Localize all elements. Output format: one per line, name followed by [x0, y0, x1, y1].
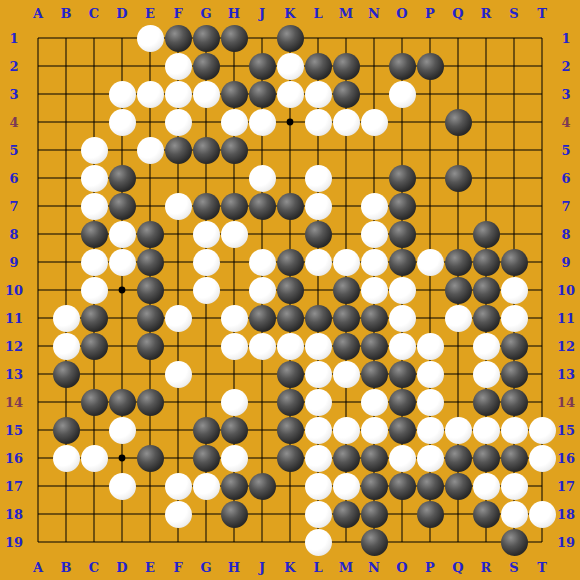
- point-M8[interactable]: [332, 220, 360, 248]
- point-L8[interactable]: [304, 220, 332, 248]
- point-F3[interactable]: [164, 80, 192, 108]
- point-L7[interactable]: [304, 192, 332, 220]
- point-D1[interactable]: [108, 24, 136, 52]
- point-B12[interactable]: [52, 332, 80, 360]
- point-Q14[interactable]: [444, 388, 472, 416]
- point-P11[interactable]: [416, 304, 444, 332]
- point-O15[interactable]: [388, 416, 416, 444]
- point-N2[interactable]: [360, 52, 388, 80]
- point-A6[interactable]: [24, 164, 52, 192]
- point-K5[interactable]: [276, 136, 304, 164]
- point-A4[interactable]: [24, 108, 52, 136]
- point-J2[interactable]: [248, 52, 276, 80]
- point-C18[interactable]: [80, 500, 108, 528]
- point-J5[interactable]: [248, 136, 276, 164]
- point-F10[interactable]: [164, 276, 192, 304]
- point-G15[interactable]: [192, 416, 220, 444]
- point-A2[interactable]: [24, 52, 52, 80]
- point-Q9[interactable]: [444, 248, 472, 276]
- point-O10[interactable]: [388, 276, 416, 304]
- point-S6[interactable]: [500, 164, 528, 192]
- point-A19[interactable]: [24, 528, 52, 556]
- point-H5[interactable]: [220, 136, 248, 164]
- point-B4[interactable]: [52, 108, 80, 136]
- point-K2[interactable]: [276, 52, 304, 80]
- point-K3[interactable]: [276, 80, 304, 108]
- point-L3[interactable]: [304, 80, 332, 108]
- point-G8[interactable]: [192, 220, 220, 248]
- point-Q3[interactable]: [444, 80, 472, 108]
- point-B3[interactable]: [52, 80, 80, 108]
- point-M19[interactable]: [332, 528, 360, 556]
- point-D7[interactable]: [108, 192, 136, 220]
- point-B1[interactable]: [52, 24, 80, 52]
- point-O13[interactable]: [388, 360, 416, 388]
- point-R2[interactable]: [472, 52, 500, 80]
- point-D13[interactable]: [108, 360, 136, 388]
- point-D14[interactable]: [108, 388, 136, 416]
- point-O9[interactable]: [388, 248, 416, 276]
- point-E18[interactable]: [136, 500, 164, 528]
- point-E11[interactable]: [136, 304, 164, 332]
- point-T3[interactable]: [528, 80, 556, 108]
- point-A16[interactable]: [24, 444, 52, 472]
- point-P7[interactable]: [416, 192, 444, 220]
- point-S9[interactable]: [500, 248, 528, 276]
- point-B8[interactable]: [52, 220, 80, 248]
- point-H6[interactable]: [220, 164, 248, 192]
- point-G3[interactable]: [192, 80, 220, 108]
- point-F9[interactable]: [164, 248, 192, 276]
- point-J3[interactable]: [248, 80, 276, 108]
- point-Q4[interactable]: [444, 108, 472, 136]
- point-P13[interactable]: [416, 360, 444, 388]
- point-O17[interactable]: [388, 472, 416, 500]
- point-L4[interactable]: [304, 108, 332, 136]
- point-H2[interactable]: [220, 52, 248, 80]
- point-T11[interactable]: [528, 304, 556, 332]
- point-D12[interactable]: [108, 332, 136, 360]
- point-O1[interactable]: [388, 24, 416, 52]
- point-J6[interactable]: [248, 164, 276, 192]
- point-Q17[interactable]: [444, 472, 472, 500]
- point-L2[interactable]: [304, 52, 332, 80]
- point-C11[interactable]: [80, 304, 108, 332]
- point-K4[interactable]: [276, 108, 304, 136]
- point-T1[interactable]: [528, 24, 556, 52]
- point-H17[interactable]: [220, 472, 248, 500]
- point-C16[interactable]: [80, 444, 108, 472]
- point-S4[interactable]: [500, 108, 528, 136]
- point-R15[interactable]: [472, 416, 500, 444]
- point-N12[interactable]: [360, 332, 388, 360]
- point-M14[interactable]: [332, 388, 360, 416]
- point-D11[interactable]: [108, 304, 136, 332]
- point-G14[interactable]: [192, 388, 220, 416]
- point-G12[interactable]: [192, 332, 220, 360]
- point-F5[interactable]: [164, 136, 192, 164]
- point-N16[interactable]: [360, 444, 388, 472]
- point-Q15[interactable]: [444, 416, 472, 444]
- point-R19[interactable]: [472, 528, 500, 556]
- point-C13[interactable]: [80, 360, 108, 388]
- point-C12[interactable]: [80, 332, 108, 360]
- point-P12[interactable]: [416, 332, 444, 360]
- point-G18[interactable]: [192, 500, 220, 528]
- point-B7[interactable]: [52, 192, 80, 220]
- point-G17[interactable]: [192, 472, 220, 500]
- point-A8[interactable]: [24, 220, 52, 248]
- point-K16[interactable]: [276, 444, 304, 472]
- point-C19[interactable]: [80, 528, 108, 556]
- point-S13[interactable]: [500, 360, 528, 388]
- point-P17[interactable]: [416, 472, 444, 500]
- point-T19[interactable]: [528, 528, 556, 556]
- point-H19[interactable]: [220, 528, 248, 556]
- point-H7[interactable]: [220, 192, 248, 220]
- point-L1[interactable]: [304, 24, 332, 52]
- point-F6[interactable]: [164, 164, 192, 192]
- point-F16[interactable]: [164, 444, 192, 472]
- point-N10[interactable]: [360, 276, 388, 304]
- point-O16[interactable]: [388, 444, 416, 472]
- point-S2[interactable]: [500, 52, 528, 80]
- point-J12[interactable]: [248, 332, 276, 360]
- point-J4[interactable]: [248, 108, 276, 136]
- point-B13[interactable]: [52, 360, 80, 388]
- point-T16[interactable]: [528, 444, 556, 472]
- point-E6[interactable]: [136, 164, 164, 192]
- point-B19[interactable]: [52, 528, 80, 556]
- point-B10[interactable]: [52, 276, 80, 304]
- point-P10[interactable]: [416, 276, 444, 304]
- point-S19[interactable]: [500, 528, 528, 556]
- point-N5[interactable]: [360, 136, 388, 164]
- point-N14[interactable]: [360, 388, 388, 416]
- point-J14[interactable]: [248, 388, 276, 416]
- point-N13[interactable]: [360, 360, 388, 388]
- point-P19[interactable]: [416, 528, 444, 556]
- point-F15[interactable]: [164, 416, 192, 444]
- point-P5[interactable]: [416, 136, 444, 164]
- point-J10[interactable]: [248, 276, 276, 304]
- point-K6[interactable]: [276, 164, 304, 192]
- point-D2[interactable]: [108, 52, 136, 80]
- point-M5[interactable]: [332, 136, 360, 164]
- point-L16[interactable]: [304, 444, 332, 472]
- point-T17[interactable]: [528, 472, 556, 500]
- point-B6[interactable]: [52, 164, 80, 192]
- point-R16[interactable]: [472, 444, 500, 472]
- point-J9[interactable]: [248, 248, 276, 276]
- point-M11[interactable]: [332, 304, 360, 332]
- point-L18[interactable]: [304, 500, 332, 528]
- point-Q16[interactable]: [444, 444, 472, 472]
- point-J16[interactable]: [248, 444, 276, 472]
- point-C5[interactable]: [80, 136, 108, 164]
- point-D3[interactable]: [108, 80, 136, 108]
- point-T15[interactable]: [528, 416, 556, 444]
- point-D9[interactable]: [108, 248, 136, 276]
- point-Q5[interactable]: [444, 136, 472, 164]
- point-F19[interactable]: [164, 528, 192, 556]
- point-G7[interactable]: [192, 192, 220, 220]
- point-L5[interactable]: [304, 136, 332, 164]
- point-E3[interactable]: [136, 80, 164, 108]
- point-E12[interactable]: [136, 332, 164, 360]
- point-E10[interactable]: [136, 276, 164, 304]
- point-Q1[interactable]: [444, 24, 472, 52]
- point-O5[interactable]: [388, 136, 416, 164]
- point-F12[interactable]: [164, 332, 192, 360]
- point-S16[interactable]: [500, 444, 528, 472]
- point-R3[interactable]: [472, 80, 500, 108]
- point-H11[interactable]: [220, 304, 248, 332]
- point-A12[interactable]: [24, 332, 52, 360]
- point-D10[interactable]: [108, 276, 136, 304]
- point-K13[interactable]: [276, 360, 304, 388]
- point-G1[interactable]: [192, 24, 220, 52]
- point-P4[interactable]: [416, 108, 444, 136]
- point-S3[interactable]: [500, 80, 528, 108]
- point-C9[interactable]: [80, 248, 108, 276]
- point-R18[interactable]: [472, 500, 500, 528]
- point-J7[interactable]: [248, 192, 276, 220]
- point-B15[interactable]: [52, 416, 80, 444]
- point-H13[interactable]: [220, 360, 248, 388]
- point-N3[interactable]: [360, 80, 388, 108]
- point-F11[interactable]: [164, 304, 192, 332]
- point-O19[interactable]: [388, 528, 416, 556]
- point-P6[interactable]: [416, 164, 444, 192]
- point-R6[interactable]: [472, 164, 500, 192]
- point-S8[interactable]: [500, 220, 528, 248]
- point-P14[interactable]: [416, 388, 444, 416]
- point-E7[interactable]: [136, 192, 164, 220]
- point-N19[interactable]: [360, 528, 388, 556]
- point-P9[interactable]: [416, 248, 444, 276]
- point-S14[interactable]: [500, 388, 528, 416]
- point-F7[interactable]: [164, 192, 192, 220]
- point-P3[interactable]: [416, 80, 444, 108]
- point-R9[interactable]: [472, 248, 500, 276]
- point-N6[interactable]: [360, 164, 388, 192]
- point-K19[interactable]: [276, 528, 304, 556]
- point-T18[interactable]: [528, 500, 556, 528]
- point-S12[interactable]: [500, 332, 528, 360]
- point-P8[interactable]: [416, 220, 444, 248]
- point-B17[interactable]: [52, 472, 80, 500]
- point-N7[interactable]: [360, 192, 388, 220]
- point-E13[interactable]: [136, 360, 164, 388]
- point-R5[interactable]: [472, 136, 500, 164]
- point-M1[interactable]: [332, 24, 360, 52]
- point-K9[interactable]: [276, 248, 304, 276]
- point-C8[interactable]: [80, 220, 108, 248]
- point-H8[interactable]: [220, 220, 248, 248]
- point-J15[interactable]: [248, 416, 276, 444]
- point-M15[interactable]: [332, 416, 360, 444]
- point-Q11[interactable]: [444, 304, 472, 332]
- point-M2[interactable]: [332, 52, 360, 80]
- point-R13[interactable]: [472, 360, 500, 388]
- point-D15[interactable]: [108, 416, 136, 444]
- point-L19[interactable]: [304, 528, 332, 556]
- point-E2[interactable]: [136, 52, 164, 80]
- point-M6[interactable]: [332, 164, 360, 192]
- point-S11[interactable]: [500, 304, 528, 332]
- point-S5[interactable]: [500, 136, 528, 164]
- point-T7[interactable]: [528, 192, 556, 220]
- point-E1[interactable]: [136, 24, 164, 52]
- point-P16[interactable]: [416, 444, 444, 472]
- point-Q8[interactable]: [444, 220, 472, 248]
- point-S18[interactable]: [500, 500, 528, 528]
- point-P18[interactable]: [416, 500, 444, 528]
- point-P2[interactable]: [416, 52, 444, 80]
- point-L9[interactable]: [304, 248, 332, 276]
- point-B5[interactable]: [52, 136, 80, 164]
- point-K1[interactable]: [276, 24, 304, 52]
- point-O3[interactable]: [388, 80, 416, 108]
- point-A10[interactable]: [24, 276, 52, 304]
- point-F13[interactable]: [164, 360, 192, 388]
- point-J13[interactable]: [248, 360, 276, 388]
- point-K18[interactable]: [276, 500, 304, 528]
- point-K17[interactable]: [276, 472, 304, 500]
- point-D16[interactable]: [108, 444, 136, 472]
- point-Q7[interactable]: [444, 192, 472, 220]
- point-R10[interactable]: [472, 276, 500, 304]
- point-T9[interactable]: [528, 248, 556, 276]
- point-K11[interactable]: [276, 304, 304, 332]
- point-R11[interactable]: [472, 304, 500, 332]
- point-N18[interactable]: [360, 500, 388, 528]
- point-K8[interactable]: [276, 220, 304, 248]
- point-T10[interactable]: [528, 276, 556, 304]
- point-S1[interactable]: [500, 24, 528, 52]
- point-A14[interactable]: [24, 388, 52, 416]
- point-A17[interactable]: [24, 472, 52, 500]
- point-Q12[interactable]: [444, 332, 472, 360]
- point-H10[interactable]: [220, 276, 248, 304]
- point-H3[interactable]: [220, 80, 248, 108]
- point-K14[interactable]: [276, 388, 304, 416]
- point-K15[interactable]: [276, 416, 304, 444]
- point-C3[interactable]: [80, 80, 108, 108]
- point-F2[interactable]: [164, 52, 192, 80]
- point-M17[interactable]: [332, 472, 360, 500]
- point-C10[interactable]: [80, 276, 108, 304]
- point-B2[interactable]: [52, 52, 80, 80]
- point-G2[interactable]: [192, 52, 220, 80]
- point-D8[interactable]: [108, 220, 136, 248]
- point-C7[interactable]: [80, 192, 108, 220]
- point-F1[interactable]: [164, 24, 192, 52]
- point-D4[interactable]: [108, 108, 136, 136]
- point-O14[interactable]: [388, 388, 416, 416]
- point-O7[interactable]: [388, 192, 416, 220]
- point-S7[interactable]: [500, 192, 528, 220]
- point-N15[interactable]: [360, 416, 388, 444]
- point-E15[interactable]: [136, 416, 164, 444]
- point-H4[interactable]: [220, 108, 248, 136]
- point-M18[interactable]: [332, 500, 360, 528]
- point-A1[interactable]: [24, 24, 52, 52]
- point-E19[interactable]: [136, 528, 164, 556]
- point-G4[interactable]: [192, 108, 220, 136]
- point-T5[interactable]: [528, 136, 556, 164]
- point-H14[interactable]: [220, 388, 248, 416]
- point-E17[interactable]: [136, 472, 164, 500]
- point-L10[interactable]: [304, 276, 332, 304]
- point-B11[interactable]: [52, 304, 80, 332]
- point-L14[interactable]: [304, 388, 332, 416]
- point-H15[interactable]: [220, 416, 248, 444]
- point-A13[interactable]: [24, 360, 52, 388]
- point-E9[interactable]: [136, 248, 164, 276]
- point-C4[interactable]: [80, 108, 108, 136]
- point-C6[interactable]: [80, 164, 108, 192]
- point-E8[interactable]: [136, 220, 164, 248]
- point-L13[interactable]: [304, 360, 332, 388]
- point-O18[interactable]: [388, 500, 416, 528]
- point-T13[interactable]: [528, 360, 556, 388]
- point-T12[interactable]: [528, 332, 556, 360]
- point-O6[interactable]: [388, 164, 416, 192]
- point-F14[interactable]: [164, 388, 192, 416]
- point-C2[interactable]: [80, 52, 108, 80]
- point-M12[interactable]: [332, 332, 360, 360]
- point-Q2[interactable]: [444, 52, 472, 80]
- point-C17[interactable]: [80, 472, 108, 500]
- point-R14[interactable]: [472, 388, 500, 416]
- point-G13[interactable]: [192, 360, 220, 388]
- point-G16[interactable]: [192, 444, 220, 472]
- point-R1[interactable]: [472, 24, 500, 52]
- point-F18[interactable]: [164, 500, 192, 528]
- point-G6[interactable]: [192, 164, 220, 192]
- point-F17[interactable]: [164, 472, 192, 500]
- point-A3[interactable]: [24, 80, 52, 108]
- point-N11[interactable]: [360, 304, 388, 332]
- point-B16[interactable]: [52, 444, 80, 472]
- point-H9[interactable]: [220, 248, 248, 276]
- point-M7[interactable]: [332, 192, 360, 220]
- point-F4[interactable]: [164, 108, 192, 136]
- point-J18[interactable]: [248, 500, 276, 528]
- point-A7[interactable]: [24, 192, 52, 220]
- point-S17[interactable]: [500, 472, 528, 500]
- point-N1[interactable]: [360, 24, 388, 52]
- point-E5[interactable]: [136, 136, 164, 164]
- point-Q6[interactable]: [444, 164, 472, 192]
- point-L6[interactable]: [304, 164, 332, 192]
- point-R4[interactable]: [472, 108, 500, 136]
- point-C15[interactable]: [80, 416, 108, 444]
- point-O2[interactable]: [388, 52, 416, 80]
- point-M13[interactable]: [332, 360, 360, 388]
- point-B14[interactable]: [52, 388, 80, 416]
- point-M3[interactable]: [332, 80, 360, 108]
- point-J19[interactable]: [248, 528, 276, 556]
- point-D17[interactable]: [108, 472, 136, 500]
- point-O12[interactable]: [388, 332, 416, 360]
- point-Q13[interactable]: [444, 360, 472, 388]
- point-N8[interactable]: [360, 220, 388, 248]
- point-E4[interactable]: [136, 108, 164, 136]
- point-H1[interactable]: [220, 24, 248, 52]
